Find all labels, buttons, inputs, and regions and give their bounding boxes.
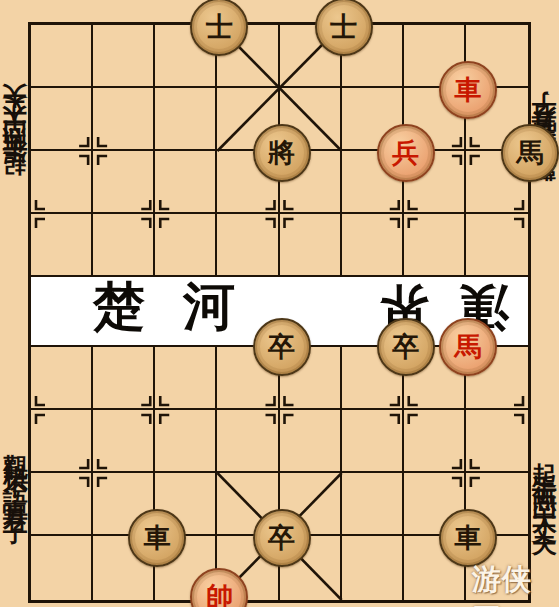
piece-black-horse[interactable]: 馬	[501, 124, 559, 182]
pieces-layer: 士士車將兵馬卒卒馬車卒車帥	[31, 25, 528, 600]
piece-black-soldier[interactable]: 卒	[253, 318, 311, 376]
piece-red-general[interactable]: 帥	[190, 568, 248, 607]
piece-black-advisor[interactable]: 士	[315, 0, 373, 56]
piece-red-soldier[interactable]: 兵	[377, 124, 435, 182]
xiangqi-screenshot: 起手無回大丈夫 觀棋不語真君子 觀棋不語真君子 起手無回大丈夫 楚河 漢界 士士…	[0, 0, 559, 607]
calligraphy-left-bottom: 觀棋不語真君子	[0, 344, 30, 600]
piece-black-chariot[interactable]: 車	[128, 509, 186, 567]
piece-black-advisor[interactable]: 士	[190, 0, 248, 56]
xiangqi-board[interactable]: 楚河 漢界 士士車將兵馬卒卒馬車卒車帥	[28, 22, 531, 603]
piece-black-chariot[interactable]: 車	[439, 509, 497, 567]
piece-black-general[interactable]: 將	[253, 124, 311, 182]
piece-black-soldier[interactable]: 卒	[377, 318, 435, 376]
calligraphy-right-bottom: 起手無回大丈夫	[529, 358, 559, 604]
calligraphy-left-top: 起手無回大丈夫	[0, 24, 30, 292]
piece-black-soldier[interactable]: 卒	[253, 509, 311, 567]
piece-red-chariot[interactable]: 車	[439, 61, 497, 119]
piece-red-horse[interactable]: 馬	[439, 318, 497, 376]
